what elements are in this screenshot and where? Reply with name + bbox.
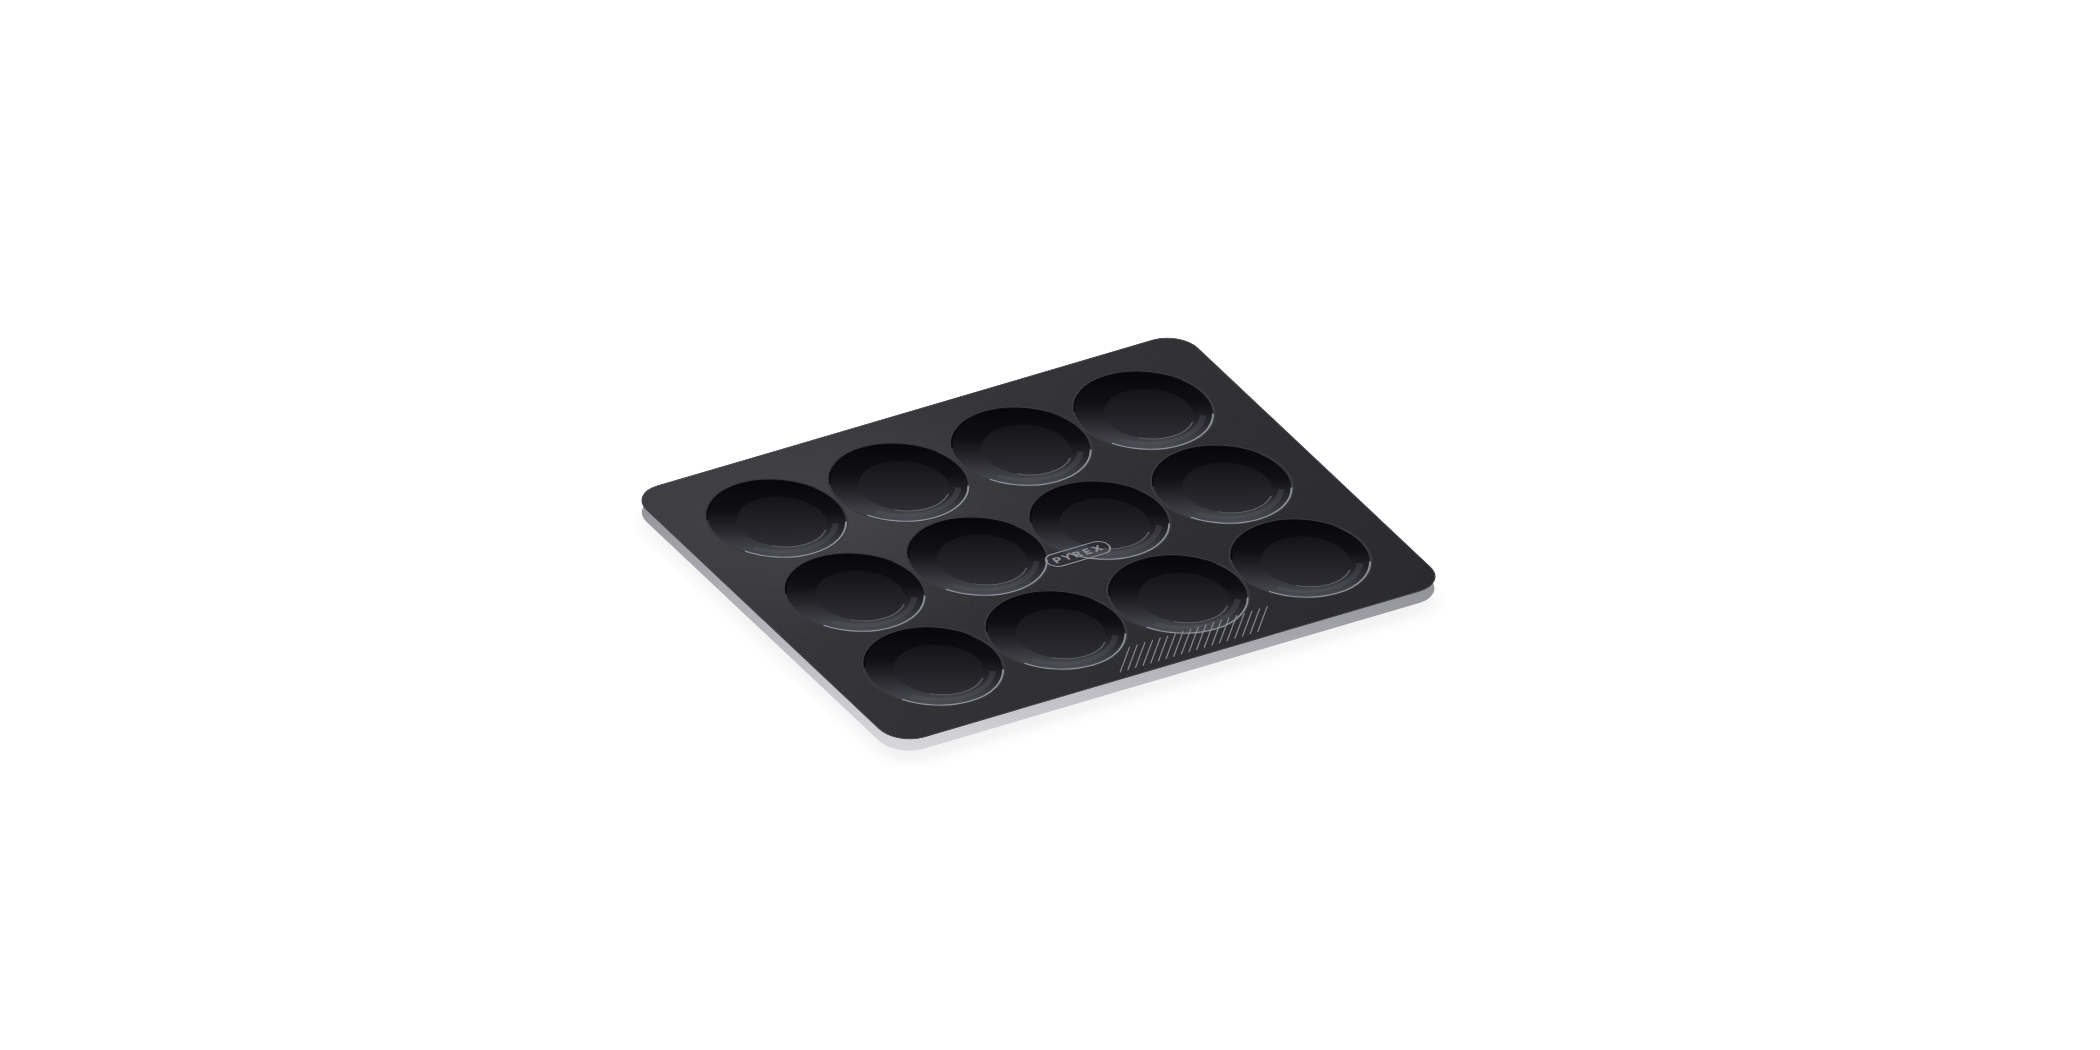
muffin-pan-product-photo: PYREX — [0, 0, 2100, 1050]
product-photo-canvas: PYREX — [0, 0, 2100, 1050]
muffin-pan: PYREX — [508, 296, 1467, 788]
